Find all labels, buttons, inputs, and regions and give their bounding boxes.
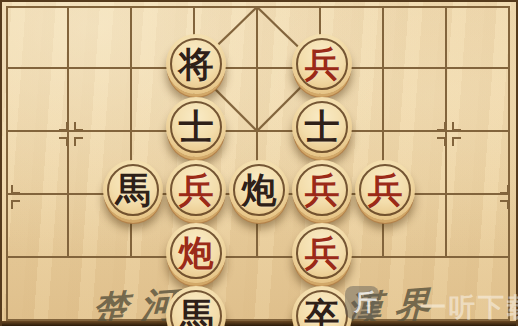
watermark-text: 一听下载 — [420, 290, 518, 325]
point-marker — [500, 200, 509, 209]
piece-black-炮[interactable]: 炮 — [229, 160, 289, 220]
board-cell — [447, 6, 510, 69]
piece-glyph: 兵 — [179, 172, 214, 209]
piece-glyph: 卒 — [305, 298, 340, 326]
point-marker — [59, 137, 68, 146]
board-cell — [6, 258, 69, 321]
point-marker — [437, 122, 446, 131]
piece-glyph: 兵 — [305, 172, 340, 209]
piece-red-兵[interactable]: 兵 — [292, 223, 352, 283]
piece-red-兵[interactable]: 兵 — [292, 34, 352, 94]
point-marker — [74, 122, 83, 131]
point-marker — [74, 137, 83, 146]
piece-glyph: 炮 — [179, 235, 214, 272]
piece-red-炮[interactable]: 炮 — [166, 223, 226, 283]
piece-glyph: 馬 — [179, 298, 214, 326]
piece-black-馬[interactable]: 馬 — [103, 160, 163, 220]
piece-black-将[interactable]: 将 — [166, 34, 226, 94]
piece-glyph: 兵 — [305, 235, 340, 272]
piece-glyph: 将 — [179, 46, 214, 83]
point-marker — [500, 185, 509, 194]
point-marker — [452, 122, 461, 131]
piece-black-士[interactable]: 士 — [292, 97, 352, 157]
piece-glyph: 士 — [305, 109, 340, 146]
point-marker — [59, 122, 68, 131]
piece-red-兵[interactable]: 兵 — [355, 160, 415, 220]
point-marker — [452, 137, 461, 146]
piece-glyph: 兵 — [368, 172, 403, 209]
piece-red-兵[interactable]: 兵 — [166, 160, 226, 220]
point-marker — [11, 185, 20, 194]
board-cell — [384, 6, 447, 69]
board-cell — [6, 6, 69, 69]
piece-glyph: 兵 — [305, 46, 340, 83]
piece-glyph: 馬 — [116, 172, 151, 209]
piece-red-兵[interactable]: 兵 — [292, 160, 352, 220]
piece-glyph: 炮 — [242, 172, 277, 209]
piece-black-士[interactable]: 士 — [166, 97, 226, 157]
point-marker — [11, 200, 20, 209]
watermark-badge-icon: 斤 — [345, 286, 379, 319]
board-cell — [69, 6, 132, 69]
xiangqi-board[interactable]: 楚河 漢界 斤 一听下载 将兵士士馬兵炮兵兵炮兵馬卒 — [0, 0, 518, 326]
point-marker — [437, 137, 446, 146]
piece-glyph: 士 — [179, 109, 214, 146]
